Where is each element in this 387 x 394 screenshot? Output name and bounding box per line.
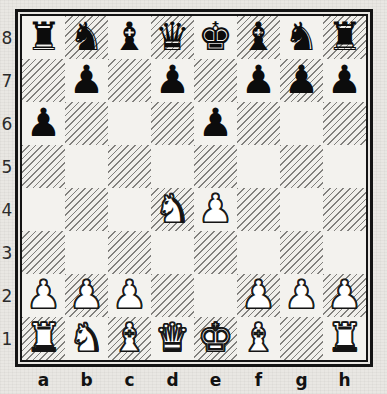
file-label-b: b bbox=[65, 368, 108, 392]
square-e7[interactable] bbox=[194, 59, 237, 102]
square-c7[interactable] bbox=[108, 59, 151, 102]
square-h8[interactable]: ♜ bbox=[323, 16, 366, 59]
square-c3[interactable] bbox=[108, 231, 151, 274]
square-d2[interactable] bbox=[151, 274, 194, 317]
file-label-h: h bbox=[323, 368, 366, 392]
square-e5[interactable] bbox=[194, 145, 237, 188]
white-pawn-g2[interactable]: ♟ bbox=[284, 275, 319, 314]
board-inner-border: ♜♞♝♛♚♝♞♜♟♟♟♟♟♟♟♞♟♟♟♟♟♟♟♜♞♝♛♚♝♜ bbox=[20, 14, 368, 362]
square-h6[interactable] bbox=[323, 102, 366, 145]
square-f7[interactable]: ♟ bbox=[237, 59, 280, 102]
square-e1[interactable]: ♚ bbox=[194, 317, 237, 360]
black-bishop-c8[interactable]: ♝ bbox=[112, 17, 147, 56]
square-g5[interactable] bbox=[280, 145, 323, 188]
white-pawn-c2[interactable]: ♟ bbox=[112, 275, 147, 314]
black-pawn-d7[interactable]: ♟ bbox=[155, 60, 190, 99]
rank-label-7: 7 bbox=[0, 59, 14, 102]
white-pawn-f2[interactable]: ♟ bbox=[241, 275, 276, 314]
chess-diagram-page: 8 7 6 5 4 3 2 1 ♜♞♝♛♚♝♞♜♟♟♟♟♟♟♟♞♟♟♟♟♟♟♟♜… bbox=[0, 0, 387, 394]
white-pawn-a2[interactable]: ♟ bbox=[26, 275, 61, 314]
square-g2[interactable]: ♟ bbox=[280, 274, 323, 317]
square-d6[interactable] bbox=[151, 102, 194, 145]
file-label-g: g bbox=[280, 368, 323, 392]
square-d5[interactable] bbox=[151, 145, 194, 188]
square-f4[interactable] bbox=[237, 188, 280, 231]
square-g6[interactable] bbox=[280, 102, 323, 145]
square-a1[interactable]: ♜ bbox=[22, 317, 65, 360]
square-a6[interactable]: ♟ bbox=[22, 102, 65, 145]
black-pawn-f7[interactable]: ♟ bbox=[241, 60, 276, 99]
square-b1[interactable]: ♞ bbox=[65, 317, 108, 360]
white-pawn-h2[interactable]: ♟ bbox=[327, 275, 362, 314]
square-h1[interactable]: ♜ bbox=[323, 317, 366, 360]
black-king-e8[interactable]: ♚ bbox=[198, 17, 233, 56]
black-pawn-a6[interactable]: ♟ bbox=[26, 103, 61, 142]
square-a7[interactable] bbox=[22, 59, 65, 102]
rank-label-2: 2 bbox=[0, 274, 14, 317]
black-knight-g8[interactable]: ♞ bbox=[284, 17, 319, 56]
black-queen-d8[interactable]: ♛ bbox=[155, 17, 190, 56]
square-h4[interactable] bbox=[323, 188, 366, 231]
square-f5[interactable] bbox=[237, 145, 280, 188]
chess-board: ♜♞♝♛♚♝♞♜♟♟♟♟♟♟♟♞♟♟♟♟♟♟♟♜♞♝♛♚♝♜ bbox=[22, 16, 366, 360]
square-e4[interactable]: ♟ bbox=[194, 188, 237, 231]
square-b6[interactable] bbox=[65, 102, 108, 145]
square-f1[interactable]: ♝ bbox=[237, 317, 280, 360]
square-a4[interactable] bbox=[22, 188, 65, 231]
square-b4[interactable] bbox=[65, 188, 108, 231]
white-king-e1[interactable]: ♚ bbox=[198, 318, 233, 357]
square-h3[interactable] bbox=[323, 231, 366, 274]
square-e3[interactable] bbox=[194, 231, 237, 274]
square-d7[interactable]: ♟ bbox=[151, 59, 194, 102]
square-b3[interactable] bbox=[65, 231, 108, 274]
square-h7[interactable]: ♟ bbox=[323, 59, 366, 102]
square-b8[interactable]: ♞ bbox=[65, 16, 108, 59]
file-label-c: c bbox=[108, 368, 151, 392]
white-knight-d4[interactable]: ♞ bbox=[155, 189, 190, 228]
square-c1[interactable]: ♝ bbox=[108, 317, 151, 360]
square-c8[interactable]: ♝ bbox=[108, 16, 151, 59]
rank-label-4: 4 bbox=[0, 188, 14, 231]
square-e2[interactable] bbox=[194, 274, 237, 317]
square-b5[interactable] bbox=[65, 145, 108, 188]
rank-label-5: 5 bbox=[0, 145, 14, 188]
black-knight-b8[interactable]: ♞ bbox=[69, 17, 104, 56]
square-g8[interactable]: ♞ bbox=[280, 16, 323, 59]
board-frame: ♜♞♝♛♚♝♞♜♟♟♟♟♟♟♟♞♟♟♟♟♟♟♟♜♞♝♛♚♝♜ bbox=[15, 9, 373, 367]
rank-labels: 8 7 6 5 4 3 2 1 bbox=[0, 16, 14, 360]
rank-label-8: 8 bbox=[0, 16, 14, 59]
square-f8[interactable]: ♝ bbox=[237, 16, 280, 59]
white-bishop-c1[interactable]: ♝ bbox=[112, 318, 147, 357]
square-c2[interactable]: ♟ bbox=[108, 274, 151, 317]
square-a8[interactable]: ♜ bbox=[22, 16, 65, 59]
square-a3[interactable] bbox=[22, 231, 65, 274]
white-rook-h1[interactable]: ♜ bbox=[327, 318, 362, 357]
square-g3[interactable] bbox=[280, 231, 323, 274]
square-c4[interactable] bbox=[108, 188, 151, 231]
black-rook-h8[interactable]: ♜ bbox=[327, 17, 362, 56]
square-h5[interactable] bbox=[323, 145, 366, 188]
square-e6[interactable]: ♟ bbox=[194, 102, 237, 145]
file-label-a: a bbox=[22, 368, 65, 392]
file-label-d: d bbox=[151, 368, 194, 392]
white-bishop-f1[interactable]: ♝ bbox=[241, 318, 276, 357]
square-f2[interactable]: ♟ bbox=[237, 274, 280, 317]
square-g1[interactable] bbox=[280, 317, 323, 360]
black-pawn-e6[interactable]: ♟ bbox=[198, 103, 233, 142]
white-queen-d1[interactable]: ♛ bbox=[155, 318, 190, 357]
square-g7[interactable]: ♟ bbox=[280, 59, 323, 102]
white-rook-a1[interactable]: ♜ bbox=[26, 318, 61, 357]
square-d1[interactable]: ♛ bbox=[151, 317, 194, 360]
black-pawn-g7[interactable]: ♟ bbox=[284, 60, 319, 99]
square-h2[interactable]: ♟ bbox=[323, 274, 366, 317]
square-b7[interactable]: ♟ bbox=[65, 59, 108, 102]
black-rook-a8[interactable]: ♜ bbox=[26, 17, 61, 56]
black-pawn-h7[interactable]: ♟ bbox=[327, 60, 362, 99]
square-d4[interactable]: ♞ bbox=[151, 188, 194, 231]
file-labels: a b c d e f g h bbox=[22, 368, 366, 392]
square-a5[interactable] bbox=[22, 145, 65, 188]
square-c6[interactable] bbox=[108, 102, 151, 145]
file-label-f: f bbox=[237, 368, 280, 392]
black-bishop-f8[interactable]: ♝ bbox=[241, 17, 276, 56]
rank-label-3: 3 bbox=[0, 231, 14, 274]
rank-label-6: 6 bbox=[0, 102, 14, 145]
square-b2[interactable]: ♟ bbox=[65, 274, 108, 317]
square-f6[interactable] bbox=[237, 102, 280, 145]
square-d8[interactable]: ♛ bbox=[151, 16, 194, 59]
square-f3[interactable] bbox=[237, 231, 280, 274]
rank-label-1: 1 bbox=[0, 317, 14, 360]
white-pawn-e4[interactable]: ♟ bbox=[198, 189, 233, 228]
square-d3[interactable] bbox=[151, 231, 194, 274]
black-pawn-b7[interactable]: ♟ bbox=[69, 60, 104, 99]
white-pawn-b2[interactable]: ♟ bbox=[69, 275, 104, 314]
square-g4[interactable] bbox=[280, 188, 323, 231]
square-a2[interactable]: ♟ bbox=[22, 274, 65, 317]
square-c5[interactable] bbox=[108, 145, 151, 188]
white-knight-b1[interactable]: ♞ bbox=[69, 318, 104, 357]
file-label-e: e bbox=[194, 368, 237, 392]
square-e8[interactable]: ♚ bbox=[194, 16, 237, 59]
